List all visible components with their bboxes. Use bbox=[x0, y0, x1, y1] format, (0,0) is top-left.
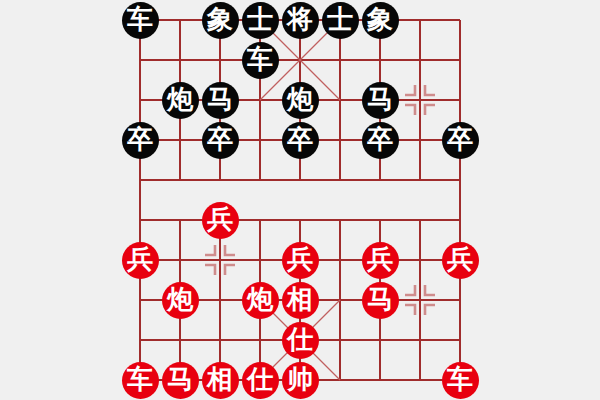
piece-red-general[interactable]: 帅 bbox=[282, 362, 319, 399]
piece-black-elephant[interactable]: 象 bbox=[202, 2, 239, 39]
pieces-layer: 车象士将士象车炮马炮马卒卒卒卒卒兵兵兵兵兵炮炮相马仕车马相仕帅车 bbox=[120, 0, 480, 400]
piece-black-general[interactable]: 将 bbox=[282, 2, 319, 39]
piece-red-cannon[interactable]: 炮 bbox=[242, 282, 279, 319]
piece-red-advisor[interactable]: 仕 bbox=[242, 362, 279, 399]
piece-red-soldier[interactable]: 兵 bbox=[282, 242, 319, 279]
piece-red-elephant[interactable]: 相 bbox=[282, 282, 319, 319]
piece-black-cannon[interactable]: 炮 bbox=[162, 82, 199, 119]
piece-red-soldier[interactable]: 兵 bbox=[122, 242, 159, 279]
xiangqi-board: 车象士将士象车炮马炮马卒卒卒卒卒兵兵兵兵兵炮炮相马仕车马相仕帅车 bbox=[0, 0, 600, 400]
piece-red-advisor[interactable]: 仕 bbox=[282, 322, 319, 359]
piece-black-soldier[interactable]: 卒 bbox=[362, 122, 399, 159]
piece-black-horse[interactable]: 马 bbox=[202, 82, 239, 119]
piece-red-horse[interactable]: 马 bbox=[362, 282, 399, 319]
piece-red-elephant[interactable]: 相 bbox=[202, 362, 239, 399]
piece-black-advisor[interactable]: 士 bbox=[242, 2, 279, 39]
piece-black-cannon[interactable]: 炮 bbox=[282, 82, 319, 119]
piece-red-soldier[interactable]: 兵 bbox=[442, 242, 479, 279]
piece-red-chariot[interactable]: 车 bbox=[122, 362, 159, 399]
piece-red-horse[interactable]: 马 bbox=[162, 362, 199, 399]
piece-red-soldier[interactable]: 兵 bbox=[362, 242, 399, 279]
piece-black-horse[interactable]: 马 bbox=[362, 82, 399, 119]
piece-black-soldier[interactable]: 卒 bbox=[122, 122, 159, 159]
piece-black-advisor[interactable]: 士 bbox=[322, 2, 359, 39]
piece-black-elephant[interactable]: 象 bbox=[362, 2, 399, 39]
piece-red-cannon[interactable]: 炮 bbox=[162, 282, 199, 319]
piece-black-chariot[interactable]: 车 bbox=[122, 2, 159, 39]
piece-black-chariot[interactable]: 车 bbox=[242, 42, 279, 79]
piece-black-soldier[interactable]: 卒 bbox=[202, 122, 239, 159]
piece-red-chariot[interactable]: 车 bbox=[442, 362, 479, 399]
piece-red-soldier[interactable]: 兵 bbox=[202, 202, 239, 239]
piece-black-soldier[interactable]: 卒 bbox=[282, 122, 319, 159]
piece-black-soldier[interactable]: 卒 bbox=[442, 122, 479, 159]
